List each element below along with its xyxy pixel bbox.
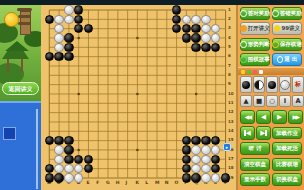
go-story-button[interactable]: 围棋故事 [240, 53, 270, 66]
white-stone[interactable] [64, 164, 73, 173]
button-label: 答错奖励 [280, 10, 302, 17]
button-icon [272, 41, 279, 48]
button-label: 打开讲义 [248, 25, 270, 32]
star-point [136, 37, 139, 40]
coord-letter: H [116, 181, 120, 186]
triangle-marker-tool[interactable]: ▲ [240, 95, 252, 107]
coord-number: 7 [228, 64, 231, 68]
white-stone[interactable] [191, 145, 200, 154]
toolbar-mini-icon[interactable] [259, 70, 263, 74]
black-stone-icon [268, 81, 276, 89]
black-stone[interactable] [182, 155, 191, 164]
button-icon [240, 56, 247, 63]
black-stone[interactable] [64, 155, 73, 164]
coord-number: 12 [228, 110, 234, 114]
rewind-fast-button[interactable]: ◀◀ [240, 110, 255, 124]
button-label: 切换棋盘 [276, 176, 298, 183]
white-stone[interactable] [54, 155, 63, 164]
pagoda-roof [18, 22, 31, 25]
button-label: 退 出 [284, 56, 297, 63]
load-tsumego-button[interactable]: 加载死活 [272, 142, 302, 155]
black-stone[interactable] [64, 145, 73, 154]
white-stone-tool[interactable] [279, 76, 291, 93]
arrow-icon: ▶ [277, 114, 282, 121]
back-button[interactable]: ◀ [256, 110, 271, 124]
toolbar-mini-icon[interactable] [247, 70, 251, 74]
star-point [136, 149, 139, 152]
label-tool-glyph: 标 [295, 80, 301, 89]
button-label: 形势判断 [248, 41, 270, 48]
coord-letter: M [155, 181, 159, 186]
arrow-icon: ◀ [246, 130, 251, 137]
to-start-button[interactable]: ◀ [240, 126, 255, 140]
coord-number: 17 [228, 157, 234, 161]
end-bar-icon [265, 130, 267, 136]
white-stone[interactable] [201, 15, 210, 24]
button-label: 围棋故事 [248, 56, 270, 63]
button-label: 99讲义 [281, 25, 300, 32]
button-label: 显示手数 [244, 176, 266, 183]
black-stone[interactable] [182, 173, 191, 182]
coord-letter: E [86, 181, 89, 186]
white-stone[interactable] [201, 24, 210, 33]
white-stone[interactable] [54, 15, 63, 24]
pavilion-post [21, 59, 23, 72]
open-lecture-button[interactable]: 打开讲义 [240, 22, 270, 35]
return-to-lecture-button[interactable]: 返回讲义 [2, 82, 39, 95]
square-marker-tool[interactable]: ■ [253, 95, 265, 107]
white-stone[interactable] [201, 33, 210, 42]
white-stone[interactable] [54, 24, 63, 33]
black-stone[interactable] [191, 43, 200, 52]
pavilion-post [7, 59, 9, 72]
button-label: 保存棋谱 [280, 41, 302, 48]
coord-number: 11 [228, 101, 234, 105]
star-point [136, 93, 139, 96]
reward-correct-button[interactable]: 答对奖励 [240, 7, 270, 20]
position-judge-button[interactable]: 形势判断 [240, 38, 270, 51]
coord-letter: O [175, 181, 179, 186]
pagoda-roof [18, 15, 31, 18]
black-stone[interactable] [172, 5, 181, 14]
black-stone[interactable] [64, 43, 73, 52]
white-stone[interactable] [64, 173, 73, 182]
black-stone[interactable] [84, 155, 93, 164]
info-blue-panel [0, 101, 41, 190]
coord-letter: F [96, 181, 99, 186]
button-label: 比赛棋谱 [276, 161, 298, 168]
half-stone-icon [254, 80, 264, 90]
coord-number: 5 [228, 45, 231, 49]
black-stone-tool[interactable] [240, 76, 252, 93]
button-icon [240, 25, 247, 32]
to-end-button[interactable]: ▶ [256, 126, 271, 140]
coord-number: 15 [228, 138, 234, 142]
black-stone[interactable] [64, 33, 73, 42]
white-stone[interactable] [211, 145, 220, 154]
pavilion-roof [2, 51, 29, 59]
coord-number: 10 [228, 92, 234, 96]
line-marker-tool[interactable]: I [279, 95, 291, 107]
button-icon [240, 41, 247, 48]
black-stone-icon [242, 81, 250, 89]
button-icon [274, 25, 281, 32]
black-stone[interactable] [191, 33, 200, 42]
switch-board-button[interactable]: 切换棋盘 [272, 173, 302, 186]
black-stone[interactable] [221, 173, 230, 182]
white-stone[interactable] [211, 173, 220, 182]
show-move-numbers-button[interactable]: 显示手数 [240, 173, 270, 186]
exit-button[interactable]: 退 出 [272, 53, 302, 66]
panel-grid-icon[interactable] [3, 127, 16, 140]
alternate-stone-tool[interactable] [253, 76, 265, 93]
coord-number: 6 [228, 54, 231, 58]
black-stone[interactable] [64, 52, 73, 61]
arrow-icon: ▶▶ [292, 114, 298, 120]
button-icon [277, 56, 284, 63]
coord-number: 8 [228, 73, 231, 77]
load-homework-button[interactable]: 加载作业 [272, 127, 302, 139]
black-stone[interactable] [45, 15, 54, 24]
lecture-99-button[interactable]: 99讲义 [272, 22, 302, 35]
white-stone[interactable] [74, 173, 83, 182]
button-label: 清空棋盘 [244, 161, 266, 168]
white-stone[interactable] [54, 33, 63, 42]
button-label: 研 讨 [249, 145, 262, 152]
coord-letter: J [126, 181, 128, 186]
arrow-icon: ◀◀ [244, 114, 250, 120]
coord-letter: L [145, 181, 148, 186]
black-stone[interactable] [191, 173, 200, 182]
black-stone-tool-2[interactable] [266, 76, 278, 93]
button-icon [240, 10, 247, 17]
white-stone[interactable] [54, 43, 63, 52]
toolbar-mini-icon[interactable] [241, 70, 245, 74]
white-stone[interactable] [201, 173, 210, 182]
white-stone[interactable] [54, 145, 63, 154]
coord-letter: G [106, 181, 110, 186]
white-stone[interactable] [182, 15, 191, 24]
panel-toolbar [238, 67, 304, 75]
button-label: 答对奖励 [248, 10, 270, 17]
left-scene-panel: 返回讲义 [0, 5, 41, 190]
toolbar-mini-icon[interactable] [253, 70, 257, 74]
coord-number: 9 [228, 82, 231, 86]
black-stone[interactable] [191, 136, 200, 145]
white-stone[interactable] [54, 164, 63, 173]
star-point [77, 93, 80, 96]
save-game-button[interactable]: 保存棋谱 [272, 38, 302, 51]
black-stone[interactable] [54, 52, 63, 61]
black-stone[interactable] [64, 136, 73, 145]
coord-number: 4 [228, 36, 231, 40]
star-point [77, 149, 80, 152]
button-label: 加载作业 [276, 130, 298, 137]
label-tool[interactable]: 标 [292, 76, 304, 93]
white-stone[interactable] [64, 5, 73, 14]
button-icon [272, 10, 279, 17]
scrollbar[interactable] [36, 109, 38, 189]
research-button[interactable]: 研 讨 [240, 142, 270, 155]
reward-wrong-button[interactable]: 答错奖励 [272, 7, 302, 20]
black-stone[interactable] [45, 173, 54, 182]
black-stone[interactable] [201, 136, 210, 145]
white-stone[interactable] [211, 33, 220, 42]
black-stone[interactable] [74, 5, 83, 14]
coord-number: 18 [228, 166, 234, 170]
white-stone[interactable] [191, 155, 200, 164]
black-stone[interactable] [201, 43, 210, 52]
clear-board-button[interactable]: 清空棋盘 [240, 158, 270, 171]
right-panel: 加载作业 答对奖励答错奖励打开讲义99讲义形势判断保存棋谱围棋故事退 出标▲■○… [238, 5, 304, 190]
coord-number: 13 [228, 120, 234, 124]
black-stone[interactable] [182, 145, 191, 154]
star-point [77, 37, 80, 40]
black-stone[interactable] [182, 33, 191, 42]
current-move-flag-marker: ▸ [223, 143, 231, 151]
coord-number: 3 [228, 26, 231, 30]
button-label: 加载死活 [276, 145, 298, 152]
coord-number: 1 [228, 8, 231, 12]
pagoda-roof [17, 8, 32, 11]
go-board[interactable]: ABCDEFGHJKLMNOPQRST123456789101112131415… [41, 5, 238, 190]
coord-letter: K [135, 181, 139, 186]
white-stone[interactable] [64, 15, 73, 24]
white-stone-icon [280, 80, 290, 90]
arrow-icon: ◀ [261, 114, 266, 121]
black-stone[interactable] [191, 24, 200, 33]
white-stone[interactable] [191, 164, 200, 173]
coord-number: 2 [228, 17, 231, 21]
forward-button[interactable]: ▶ [272, 110, 287, 124]
white-stone[interactable] [201, 155, 210, 164]
forward-fast-button[interactable]: ▶▶ [288, 110, 303, 124]
star-point [195, 93, 198, 96]
white-stone[interactable] [201, 164, 210, 173]
white-stone[interactable] [201, 145, 210, 154]
circle-marker-tool[interactable]: ○ [266, 95, 278, 107]
mascot-avatar [4, 12, 19, 27]
letter-marker-tool[interactable]: A [292, 95, 304, 107]
black-stone[interactable] [54, 136, 63, 145]
black-stone[interactable] [54, 173, 63, 182]
match-records-button[interactable]: 比赛棋谱 [272, 158, 302, 171]
coord-number: 14 [228, 129, 234, 133]
coord-letter: N [165, 181, 169, 186]
white-stone[interactable] [191, 15, 200, 24]
